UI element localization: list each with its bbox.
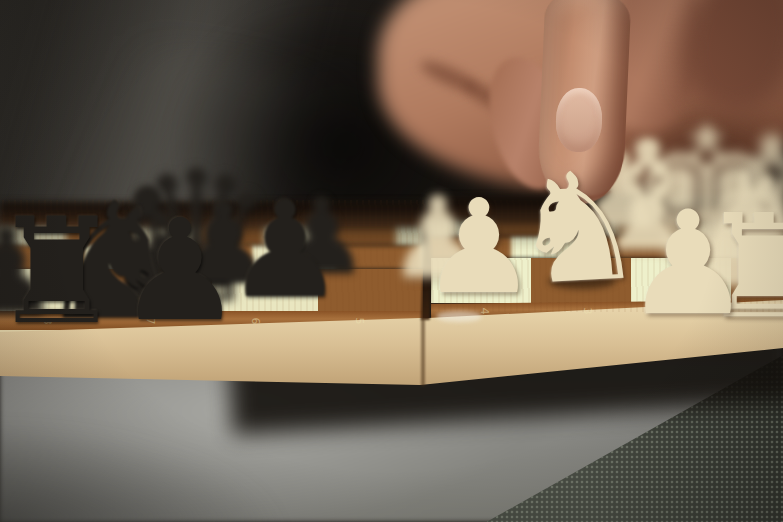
sofa-corner-shade [0,425,280,522]
edge-rank-label-5: 5 [352,314,366,328]
chess-photo-scene: 87654321 ♟♜♞♝♛♟♟♟♟♟♟♞♟♜♟♝♚♞♝ [0,0,783,522]
piece-white-knight: ♞ [499,149,657,307]
piece-black-pawn: ♟ [110,201,250,341]
board-fold-seam-edge [421,318,425,386]
